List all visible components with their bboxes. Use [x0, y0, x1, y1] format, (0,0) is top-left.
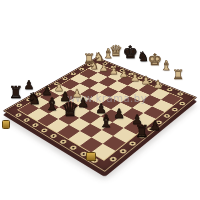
playing-field — [17, 63, 183, 161]
chess-piece-light-R: ♜ — [172, 68, 184, 81]
chess-piece-dark-P: ♟ — [24, 79, 35, 91]
chess-piece-dark-R: ♜ — [9, 85, 23, 101]
chess-piece-light-B: ♝ — [160, 59, 172, 72]
chess-set-photo: ♜♞♝♛♚♞♚♝♞♟♟♟♟♟♟♜♟♟♜♞♝♛♝♜♟♟♟♟♟♟♟♟ www.kra… — [0, 0, 200, 200]
chess-piece-dark-N: ♞ — [137, 50, 149, 63]
brass-clasp-left — [2, 120, 10, 129]
chess-piece-light-B: ♝ — [102, 47, 114, 60]
brass-clasp-front — [86, 152, 96, 161]
chess-piece-dark-K: ♚ — [122, 44, 137, 61]
chess-piece-light-Q: ♛ — [109, 44, 122, 59]
watermark: www.krama.by — [52, 93, 162, 104]
chess-piece-light-K: ♚ — [148, 52, 162, 68]
chess-board — [3, 57, 198, 173]
